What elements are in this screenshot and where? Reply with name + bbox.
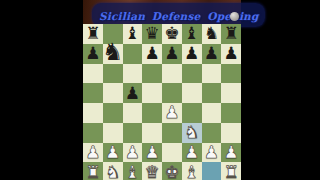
white-pawn: ♟ [125,144,140,161]
black-pawn: ♟ [125,85,140,102]
square-a4[interactable] [83,103,103,123]
square-d3[interactable] [142,123,162,143]
square-f6[interactable] [182,64,202,84]
wood-header: Sicilian Defense Opening [83,0,241,24]
white-pawn: ♟ [164,104,179,121]
square-g1[interactable] [202,162,222,180]
square-b4[interactable] [103,103,123,123]
square-d5[interactable] [142,83,162,103]
square-c3[interactable] [123,123,143,143]
square-c2[interactable]: ♟ [123,143,143,163]
square-d8[interactable]: ♛ [142,24,162,44]
chess-board: ♜♝♛♚♝♞♜♟♞♟♟♟♟♟♟♟♞♟♟♟♟♟♟♟♜♞♝♛♚♝♜ [83,24,241,180]
white-pawn: ♟ [204,144,219,161]
white-pawn: ♟ [224,144,239,161]
square-b5[interactable] [103,83,123,103]
square-f3[interactable]: ♞ [182,123,202,143]
white-pawn: ♟ [105,144,120,161]
square-c5[interactable]: ♟ [123,83,143,103]
letterbox-right [241,0,320,180]
white-pawn: ♟ [145,144,160,161]
square-f4[interactable] [182,103,202,123]
white-king: ♚ [164,164,179,180]
square-f5[interactable] [182,83,202,103]
square-d4[interactable] [142,103,162,123]
square-a5[interactable] [83,83,103,103]
square-b2[interactable]: ♟ [103,143,123,163]
square-b8[interactable] [103,24,123,44]
black-pawn: ♟ [85,45,100,62]
square-d7[interactable]: ♟ [142,44,162,64]
square-c4[interactable] [123,103,143,123]
white-knight: ♞ [105,164,120,180]
square-h2[interactable]: ♟ [221,143,241,163]
square-e3[interactable] [162,123,182,143]
square-e4[interactable]: ♟ [162,103,182,123]
square-h4[interactable] [221,103,241,123]
square-e6[interactable] [162,64,182,84]
square-e7[interactable]: ♟ [162,44,182,64]
black-pawn: ♟ [145,45,160,62]
black-pawn: ♟ [164,45,179,62]
square-c1[interactable]: ♝ [123,162,143,180]
white-bishop: ♝ [184,164,199,180]
square-b7[interactable]: ♞ [103,44,123,64]
square-b6[interactable] [103,64,123,84]
black-knight: ♞ [102,40,124,64]
square-h3[interactable] [221,123,241,143]
square-a3[interactable] [83,123,103,143]
square-g4[interactable] [202,103,222,123]
square-a1[interactable]: ♜ [83,162,103,180]
black-pawn: ♟ [184,45,199,62]
square-g3[interactable] [202,123,222,143]
square-h7[interactable]: ♟ [221,44,241,64]
black-pawn: ♟ [224,45,239,62]
black-king: ♚ [164,25,179,42]
black-bishop: ♝ [125,25,140,42]
square-h1[interactable]: ♜ [221,162,241,180]
white-pawn: ♟ [184,144,199,161]
white-knight: ♞ [184,124,199,141]
square-a2[interactable]: ♟ [83,143,103,163]
square-g5[interactable] [202,83,222,103]
square-f7[interactable]: ♟ [182,44,202,64]
square-a8[interactable]: ♜ [83,24,103,44]
black-queen: ♛ [145,25,160,42]
square-f8[interactable]: ♝ [182,24,202,44]
white-rook: ♜ [224,164,239,180]
white-bishop: ♝ [125,164,140,180]
square-g6[interactable] [202,64,222,84]
square-f1[interactable]: ♝ [182,162,202,180]
square-g8[interactable]: ♞ [202,24,222,44]
square-d6[interactable] [142,64,162,84]
square-h6[interactable] [221,64,241,84]
white-pawn: ♟ [85,144,100,161]
black-pawn: ♟ [204,45,219,62]
sphere-decoration [230,12,239,21]
square-c6[interactable] [123,64,143,84]
square-g7[interactable]: ♟ [202,44,222,64]
black-knight: ♞ [204,25,219,42]
square-a7[interactable]: ♟ [83,44,103,64]
letterbox-left [0,0,83,180]
black-bishop: ♝ [184,25,199,42]
square-e5[interactable] [162,83,182,103]
square-e1[interactable]: ♚ [162,162,182,180]
square-h5[interactable] [221,83,241,103]
square-g2[interactable]: ♟ [202,143,222,163]
square-a6[interactable] [83,64,103,84]
square-b1[interactable]: ♞ [103,162,123,180]
square-c7[interactable] [123,44,143,64]
square-d2[interactable]: ♟ [142,143,162,163]
black-rook: ♜ [224,25,239,42]
square-d1[interactable]: ♛ [142,162,162,180]
black-rook: ♜ [85,25,100,42]
white-queen: ♛ [145,164,160,180]
square-f2[interactable]: ♟ [182,143,202,163]
video-frame: Sicilian Defense Opening ♜♝♛♚♝♞♜♟♞♟♟♟♟♟♟… [83,0,241,180]
square-c8[interactable]: ♝ [123,24,143,44]
square-b3[interactable] [103,123,123,143]
square-e2[interactable] [162,143,182,163]
square-e8[interactable]: ♚ [162,24,182,44]
screenshot-stage: Sicilian Defense Opening ♜♝♛♚♝♞♜♟♞♟♟♟♟♟♟… [0,0,320,180]
square-h8[interactable]: ♜ [221,24,241,44]
white-rook: ♜ [85,164,100,180]
